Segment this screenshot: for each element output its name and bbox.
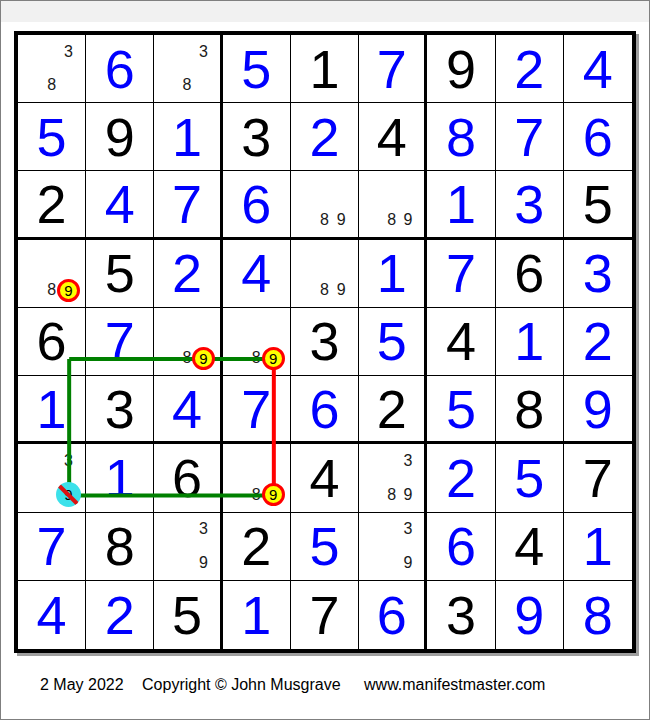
solved-digit: 2	[427, 444, 494, 511]
given-digit: 4	[427, 308, 494, 375]
cell-r1c2[interactable]: 6	[86, 35, 154, 103]
solved-digit: 7	[496, 103, 563, 170]
elimination-slash-icon	[57, 483, 80, 506]
cell-r7c8[interactable]: 5	[496, 444, 564, 512]
pencil-mark: 9	[399, 211, 417, 229]
cell-r6c8[interactable]: 8	[496, 376, 564, 444]
solved-digit: 8	[427, 103, 494, 170]
given-digit: 2	[359, 376, 424, 441]
given-digit: 3	[86, 376, 153, 441]
given-digit: 6	[18, 308, 85, 375]
solved-digit: 2	[291, 103, 358, 170]
cell-r8c9[interactable]: 1	[564, 513, 632, 581]
cell-r6c9[interactable]: 9	[564, 376, 632, 444]
solved-digit: 1	[427, 171, 494, 236]
circled-candidate: 9	[57, 279, 80, 302]
solved-digit: 4	[18, 581, 85, 649]
cell-r9c7[interactable]: 3	[427, 581, 495, 649]
cell-r2c3[interactable]: 1	[154, 103, 222, 171]
solved-digit: 1	[496, 308, 563, 375]
cell-r2c8[interactable]: 7	[496, 103, 564, 171]
solved-digit: 5	[496, 444, 563, 511]
solved-digit: 1	[18, 376, 85, 441]
solved-digit: 6	[223, 171, 290, 236]
pencil-mark: 9	[399, 554, 417, 572]
circled-candidate: 9	[262, 347, 285, 370]
solved-digit: 1	[86, 444, 153, 511]
cell-r2c1[interactable]: 5	[18, 103, 86, 171]
cell-r3c6[interactable]: 89	[359, 171, 427, 239]
solved-digit: 7	[223, 376, 290, 441]
cell-r3c2[interactable]: 4	[86, 171, 154, 239]
cell-r5c1[interactable]: 6	[18, 308, 86, 376]
eliminated-candidate: 9	[56, 482, 81, 507]
cell-r6c7[interactable]: 5	[427, 376, 495, 444]
cell-r5c8[interactable]: 1	[496, 308, 564, 376]
solved-digit: 1	[154, 103, 219, 170]
solved-digit: 7	[359, 35, 424, 102]
pencil-mark: 3	[194, 43, 212, 61]
pencil-mark: 3	[194, 520, 212, 538]
cell-r5c5[interactable]: 3	[291, 308, 359, 376]
given-digit: 3	[427, 581, 494, 649]
solved-digit: 6	[86, 35, 153, 102]
cell-r1c7[interactable]: 9	[427, 35, 495, 103]
solved-digit: 4	[564, 35, 632, 102]
given-digit: 5	[154, 581, 219, 649]
solved-digit: 9	[564, 376, 632, 441]
given-digit: 3	[223, 103, 290, 170]
cell-r5c7[interactable]: 4	[427, 308, 495, 376]
footer-copyright: Copyright © John Musgrave	[142, 676, 341, 693]
pencil-mark: 8	[383, 211, 401, 229]
pencil-mark: 9	[399, 486, 417, 504]
cell-r4c4[interactable]: 4	[223, 240, 291, 308]
given-digit: 8	[496, 376, 563, 441]
solved-digit: 5	[223, 35, 290, 102]
given-digit: 7	[291, 581, 358, 649]
pencil-mark: 9	[332, 281, 350, 299]
solved-digit: 7	[18, 513, 85, 580]
cell-r6c5[interactable]: 6	[291, 376, 359, 444]
cell-r2c7[interactable]: 8	[427, 103, 495, 171]
given-digit: 7	[564, 444, 632, 511]
solved-digit: 2	[86, 581, 153, 649]
cell-r4c1[interactable]: 89	[18, 240, 86, 308]
cell-r9c1[interactable]: 4	[18, 581, 86, 649]
cell-r1c8[interactable]: 2	[496, 35, 564, 103]
cell-r4c8[interactable]: 6	[496, 240, 564, 308]
solved-digit: 5	[359, 308, 424, 375]
pencil-mark: 8	[43, 76, 61, 94]
solved-digit: 1	[359, 240, 424, 307]
cell-r3c7[interactable]: 1	[427, 171, 495, 239]
cell-r8c3[interactable]: 39	[154, 513, 222, 581]
solved-digit: 8	[564, 581, 632, 649]
solved-digit: 4	[154, 376, 219, 441]
solved-digit: 5	[18, 103, 85, 170]
cell-r9c4[interactable]: 1	[223, 581, 291, 649]
given-digit: 9	[427, 35, 494, 102]
solved-digit: 4	[86, 171, 153, 236]
solved-digit: 7	[86, 308, 153, 375]
given-digit: 3	[291, 308, 358, 375]
cell-r4c5[interactable]: 89	[291, 240, 359, 308]
cell-r3c8[interactable]: 3	[496, 171, 564, 239]
given-digit: 2	[223, 513, 290, 580]
pencil-mark: 9	[332, 211, 350, 229]
given-digit: 6	[154, 444, 219, 511]
cell-r9c2[interactable]: 2	[86, 581, 154, 649]
cell-r6c3[interactable]: 4	[154, 376, 222, 444]
cell-r8c5[interactable]: 5	[291, 513, 359, 581]
cell-r1c1[interactable]: 38	[18, 35, 86, 103]
pencil-mark: 3	[399, 452, 417, 470]
cell-r9c9[interactable]: 8	[564, 581, 632, 649]
cell-r2c6[interactable]: 4	[359, 103, 427, 171]
given-digit: 8	[86, 513, 153, 580]
cell-r7c1[interactable]: 39	[18, 444, 86, 512]
pencil-mark: 9	[194, 554, 212, 572]
circled-candidate: 9	[192, 347, 215, 370]
given-digit: 4	[359, 103, 424, 170]
cell-r8c8[interactable]: 4	[496, 513, 564, 581]
solved-digit: 3	[564, 240, 632, 307]
cell-r9c5[interactable]: 7	[291, 581, 359, 649]
cell-r5c9[interactable]: 2	[564, 308, 632, 376]
cell-r3c1[interactable]: 2	[18, 171, 86, 239]
solved-digit: 9	[496, 581, 563, 649]
cell-r8c2[interactable]: 8	[86, 513, 154, 581]
given-digit: 9	[86, 103, 153, 170]
sudoku-board: 3863851792459132487624768989135895248917…	[14, 31, 636, 653]
given-digit: 6	[496, 240, 563, 307]
solved-digit: 6	[291, 376, 358, 441]
cell-r7c9[interactable]: 7	[564, 444, 632, 512]
pencil-mark: 8	[315, 211, 333, 229]
solved-digit: 2	[564, 308, 632, 375]
cell-r7c3[interactable]: 6	[154, 444, 222, 512]
cell-r3c5[interactable]: 89	[291, 171, 359, 239]
solved-digit: 5	[291, 513, 358, 580]
footer-website: www.manifestmaster.com	[364, 676, 545, 693]
pencil-mark: 8	[383, 486, 401, 504]
cell-r2c5[interactable]: 2	[291, 103, 359, 171]
given-digit: 5	[86, 240, 153, 307]
cell-r7c5[interactable]: 4	[291, 444, 359, 512]
cell-r4c9[interactable]: 3	[564, 240, 632, 308]
pencil-mark: 3	[59, 43, 77, 61]
cell-r1c3[interactable]: 38	[154, 35, 222, 103]
given-digit: 4	[291, 444, 358, 511]
cell-r9c8[interactable]: 9	[496, 581, 564, 649]
pencil-mark: 3	[399, 520, 417, 538]
cell-r3c9[interactable]: 5	[564, 171, 632, 239]
cell-r5c3[interactable]: 89	[154, 308, 222, 376]
cell-r9c3[interactable]: 5	[154, 581, 222, 649]
solved-digit: 6	[427, 513, 494, 580]
top-margin-strip	[1, 1, 649, 22]
cell-r4c2[interactable]: 5	[86, 240, 154, 308]
cell-r6c1[interactable]: 1	[18, 376, 86, 444]
solved-digit: 3	[496, 171, 563, 236]
given-digit: 2	[18, 171, 85, 236]
cell-r3c4[interactable]: 6	[223, 171, 291, 239]
cell-r7c6[interactable]: 389	[359, 444, 427, 512]
given-digit: 4	[496, 513, 563, 580]
cell-r7c7[interactable]: 2	[427, 444, 495, 512]
cell-r6c4[interactable]: 7	[223, 376, 291, 444]
cell-r5c4[interactable]: 89	[223, 308, 291, 376]
solved-digit: 2	[154, 240, 219, 307]
cell-r8c4[interactable]: 2	[223, 513, 291, 581]
cell-r9c6[interactable]: 6	[359, 581, 427, 649]
cell-r2c4[interactable]: 3	[223, 103, 291, 171]
cell-r1c6[interactable]: 7	[359, 35, 427, 103]
circled-candidate: 9	[262, 483, 285, 506]
solved-digit: 1	[223, 581, 290, 649]
cell-r8c1[interactable]: 7	[18, 513, 86, 581]
pencil-mark: 8	[178, 76, 196, 94]
cell-r5c2[interactable]: 7	[86, 308, 154, 376]
solved-digit: 6	[564, 103, 632, 170]
solved-digit: 7	[427, 240, 494, 307]
solved-digit: 1	[564, 513, 632, 580]
solved-digit: 5	[427, 376, 494, 441]
cell-r6c6[interactable]: 2	[359, 376, 427, 444]
pencil-mark: 3	[59, 452, 77, 470]
cell-r3c3[interactable]: 7	[154, 171, 222, 239]
cell-r4c7[interactable]: 7	[427, 240, 495, 308]
given-digit: 5	[564, 171, 632, 236]
solved-digit: 4	[223, 240, 290, 307]
solved-digit: 7	[154, 171, 219, 236]
cell-r2c9[interactable]: 6	[564, 103, 632, 171]
cell-r4c3[interactable]: 2	[154, 240, 222, 308]
pencil-mark: 8	[315, 281, 333, 299]
cell-r5c6[interactable]: 5	[359, 308, 427, 376]
footer: 2 May 2022 Copyright © John Musgrave www…	[40, 676, 640, 694]
solved-digit: 2	[496, 35, 563, 102]
cell-r7c4[interactable]: 89	[223, 444, 291, 512]
cell-r2c2[interactable]: 9	[86, 103, 154, 171]
cell-r8c6[interactable]: 39	[359, 513, 427, 581]
cell-r7c2[interactable]: 1	[86, 444, 154, 512]
given-digit: 1	[291, 35, 358, 102]
solved-digit: 6	[359, 581, 424, 649]
cell-r1c5[interactable]: 1	[291, 35, 359, 103]
cell-r4c6[interactable]: 1	[359, 240, 427, 308]
cell-r1c9[interactable]: 4	[564, 35, 632, 103]
cell-r1c4[interactable]: 5	[223, 35, 291, 103]
cell-r6c2[interactable]: 3	[86, 376, 154, 444]
footer-date: 2 May 2022	[40, 676, 124, 693]
cell-r8c7[interactable]: 6	[427, 513, 495, 581]
